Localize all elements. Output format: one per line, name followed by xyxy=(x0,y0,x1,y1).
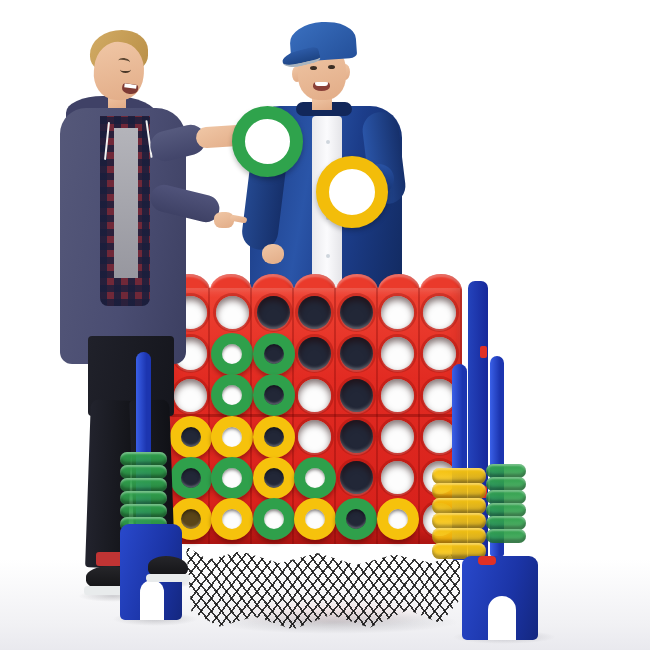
sneaker-sole xyxy=(146,574,190,582)
cell-r5c2[interactable] xyxy=(211,457,252,498)
cell-r6c2[interactable] xyxy=(211,499,252,540)
cell-r2c3[interactable] xyxy=(253,333,294,374)
cell-r3c3[interactable] xyxy=(253,375,294,416)
green-disc xyxy=(211,457,253,499)
green-disc xyxy=(211,374,253,416)
cell-r4c6[interactable] xyxy=(377,416,418,457)
sneaker-sole xyxy=(84,586,142,595)
floor-shadow-left-leg xyxy=(112,612,198,626)
player-left-leg xyxy=(85,399,133,568)
yellow-disc-held xyxy=(316,156,388,228)
green-disc-held xyxy=(232,106,303,177)
hole xyxy=(340,337,373,370)
yellow-disc xyxy=(170,416,212,458)
green-tray-disc xyxy=(486,503,526,517)
player-right-eye xyxy=(310,66,317,70)
frame-red-clip xyxy=(480,346,487,358)
hole xyxy=(381,461,414,494)
green-disc xyxy=(294,457,336,499)
cell-r6c5[interactable] xyxy=(336,499,377,540)
cell-r5c6[interactable] xyxy=(377,457,418,498)
player-left-eye xyxy=(120,66,131,73)
yellow-disc xyxy=(211,498,253,540)
cell-r5c1[interactable] xyxy=(170,457,211,498)
hole xyxy=(340,379,373,412)
hole xyxy=(298,379,331,412)
cell-r4c5[interactable] xyxy=(336,416,377,457)
hole xyxy=(298,296,331,329)
player-left-leg xyxy=(129,399,175,560)
green-tray-disc xyxy=(486,490,526,504)
hole xyxy=(423,503,456,536)
cell-r6c6[interactable] xyxy=(377,499,418,540)
cell-r4c7[interactable] xyxy=(419,416,460,457)
cell-r3c7[interactable] xyxy=(419,375,460,416)
cell-r6c1[interactable] xyxy=(170,499,211,540)
cell-r5c5[interactable] xyxy=(336,457,377,498)
hole xyxy=(298,337,331,370)
yellow-disc xyxy=(294,498,336,540)
cell-r6c3[interactable] xyxy=(253,499,294,540)
unit-leg-right xyxy=(462,556,538,640)
cell-r1c5[interactable] xyxy=(336,292,377,333)
red-sock xyxy=(96,552,126,566)
cell-r4c3[interactable] xyxy=(253,416,294,457)
green-disc xyxy=(253,374,295,416)
board-frame-right xyxy=(468,281,488,559)
hole xyxy=(257,296,290,329)
green-disc xyxy=(211,333,253,375)
green-tray-disc xyxy=(486,529,526,543)
cell-r3c4[interactable] xyxy=(294,375,335,416)
cell-r2c2[interactable] xyxy=(211,333,252,374)
yellow-disc xyxy=(211,416,253,458)
player-right-smile xyxy=(313,82,330,91)
scene xyxy=(0,0,650,650)
green-disc-stack-right xyxy=(486,464,526,542)
cell-r2c5[interactable] xyxy=(336,333,377,374)
hole xyxy=(381,296,414,329)
cell-r6c4[interactable] xyxy=(294,499,335,540)
jacket-snap-button xyxy=(326,140,330,144)
cell-r1c7[interactable] xyxy=(419,292,460,333)
player-left-tshirt xyxy=(114,128,138,278)
player-right-eye xyxy=(328,65,335,69)
cell-r3c2[interactable] xyxy=(211,375,252,416)
cell-r4c1[interactable] xyxy=(170,416,211,457)
hole xyxy=(423,420,456,453)
floor-shadow-right-leg xyxy=(452,630,556,644)
yellow-disc xyxy=(170,498,212,540)
green-tray-disc xyxy=(486,516,526,530)
cell-r3c1[interactable] xyxy=(170,375,211,416)
yellow-disc xyxy=(253,416,295,458)
cell-r2c7[interactable] xyxy=(419,333,460,374)
hole xyxy=(174,379,207,412)
jacket-snap-button xyxy=(326,254,330,258)
green-disc xyxy=(253,333,295,375)
cell-r3c5[interactable] xyxy=(336,375,377,416)
green-disc xyxy=(170,457,212,499)
cell-r4c4[interactable] xyxy=(294,416,335,457)
hole xyxy=(423,461,456,494)
cell-r3c6[interactable] xyxy=(377,375,418,416)
hole xyxy=(340,296,373,329)
cell-r5c4[interactable] xyxy=(294,457,335,498)
cell-r1c3[interactable] xyxy=(253,292,294,333)
cell-r1c6[interactable] xyxy=(377,292,418,333)
hole xyxy=(423,337,456,370)
cell-r1c2[interactable] xyxy=(211,292,252,333)
cell-r2c4[interactable] xyxy=(294,333,335,374)
storage-pole-right-back xyxy=(490,356,504,556)
hole xyxy=(381,337,414,370)
player-right-hand xyxy=(262,244,284,264)
cell-r4c2[interactable] xyxy=(211,416,252,457)
hole xyxy=(340,420,373,453)
cell-r5c3[interactable] xyxy=(253,457,294,498)
frame-red-clip xyxy=(480,486,487,498)
cell-r5c7[interactable] xyxy=(419,457,460,498)
hole xyxy=(381,420,414,453)
yellow-disc xyxy=(377,498,419,540)
hole xyxy=(216,296,249,329)
green-tray-disc xyxy=(486,477,526,491)
green-tray-disc xyxy=(486,464,526,478)
green-disc xyxy=(335,498,377,540)
cell-r2c6[interactable] xyxy=(377,333,418,374)
yellow-disc xyxy=(253,457,295,499)
hole xyxy=(423,379,456,412)
cell-r6c7[interactable] xyxy=(419,499,460,540)
hole xyxy=(381,379,414,412)
green-disc xyxy=(253,498,295,540)
hole xyxy=(298,420,331,453)
cell-r1c4[interactable] xyxy=(294,292,335,333)
hole xyxy=(340,461,373,494)
board-grid xyxy=(170,292,460,540)
hole xyxy=(423,296,456,329)
